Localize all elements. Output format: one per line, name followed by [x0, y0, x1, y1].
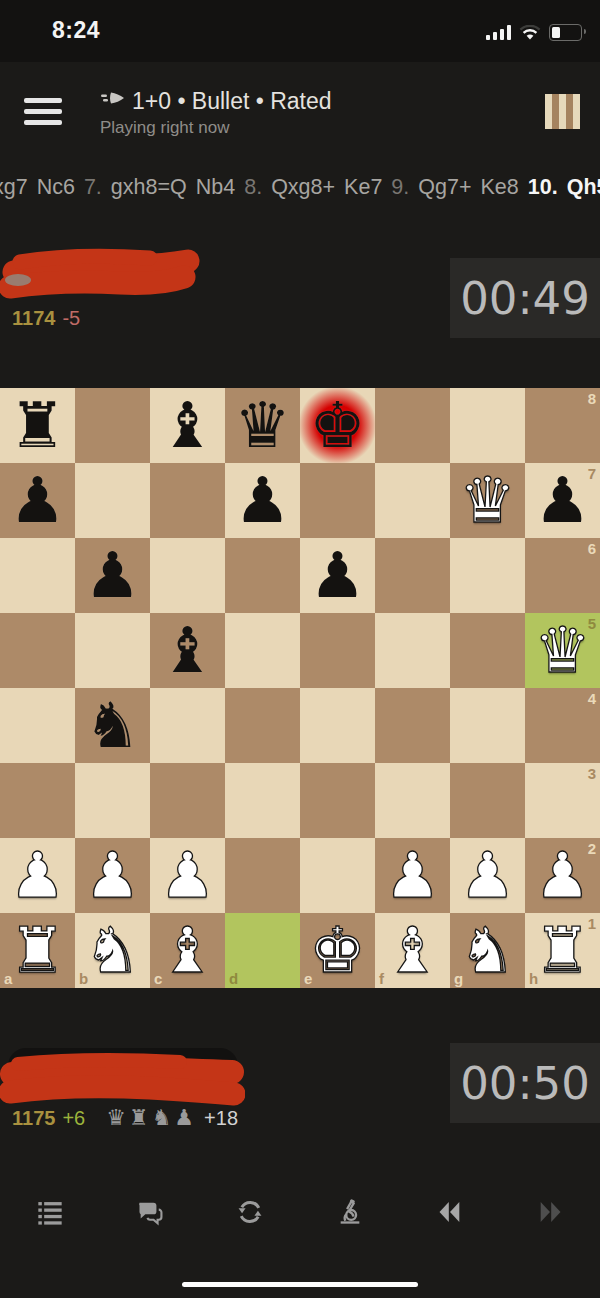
square-g6[interactable]: [450, 538, 525, 613]
square-f4[interactable]: [375, 688, 450, 763]
white-pawn-b2[interactable]: ♟: [84, 838, 140, 913]
square-a6[interactable]: [0, 538, 75, 613]
captured-pieces: ♛♜♞♟: [106, 1105, 197, 1130]
black-pawn-h7[interactable]: ♟: [534, 463, 590, 538]
square-h8[interactable]: 8: [525, 388, 600, 463]
black-queen-d8[interactable]: ♛: [234, 388, 290, 463]
chat-button[interactable]: [100, 1180, 200, 1244]
white-knight-b1[interactable]: ♞: [84, 913, 140, 988]
board-thumbnail-icon[interactable]: [545, 94, 580, 129]
square-d8[interactable]: ♛: [225, 388, 300, 463]
square-c1[interactable]: ♝c: [150, 913, 225, 988]
white-pawn-c2[interactable]: ♟: [159, 838, 215, 913]
black-pawn-d7[interactable]: ♟: [234, 463, 290, 538]
white-pawn-h2[interactable]: ♟: [534, 838, 590, 913]
game-title-text: 1+0 • Bullet • Rated: [132, 88, 332, 115]
move-list: xg7Nc67.gxh8=QNb48.Qxg8+Ke79.Qg7+Ke810.Q…: [0, 170, 600, 204]
file-label-a: a: [4, 970, 12, 987]
square-h3[interactable]: 3: [525, 763, 600, 838]
black-pawn-a7[interactable]: ♟: [9, 463, 65, 538]
analysis-microscope-button[interactable]: [300, 1180, 400, 1244]
rating-bottom: 1175: [12, 1107, 55, 1130]
home-indicator[interactable]: [182, 1282, 418, 1287]
file-label-f: f: [379, 970, 384, 987]
square-b4[interactable]: ♞: [75, 688, 150, 763]
square-f7[interactable]: [375, 463, 450, 538]
menu-button[interactable]: [24, 98, 62, 126]
white-queen-h5[interactable]: ♛: [534, 613, 590, 688]
black-pawn-e6[interactable]: ♟: [309, 538, 365, 613]
square-g2[interactable]: ♟: [450, 838, 525, 913]
white-rook-a1[interactable]: ♜: [9, 913, 65, 988]
square-c6[interactable]: [150, 538, 225, 613]
square-e5[interactable]: [300, 613, 375, 688]
rating-top: 1174: [12, 307, 55, 330]
chess-board: ♜♝♛♚8♟♟♛♟7♟♟6♝♛5♞43♟♟♟♟♟♟2♜a♞b♝cd♚e♝f♞g♜…: [0, 388, 600, 988]
square-h2[interactable]: ♟2: [525, 838, 600, 913]
white-bishop-c1[interactable]: ♝: [159, 913, 215, 988]
square-c5[interactable]: ♝: [150, 613, 225, 688]
wifi-icon: [519, 25, 541, 41]
black-bishop-c5[interactable]: ♝: [159, 613, 215, 688]
square-h1[interactable]: ♜1h: [525, 913, 600, 988]
square-g4[interactable]: [450, 688, 525, 763]
rank-label-3: 3: [588, 765, 596, 782]
square-e1[interactable]: ♚e: [300, 913, 375, 988]
file-label-d: d: [229, 970, 238, 987]
file-label-b: b: [79, 970, 88, 987]
square-b2[interactable]: ♟: [75, 838, 150, 913]
file-label-c: c: [154, 970, 162, 987]
move-token[interactable]: 9.: [391, 175, 409, 199]
black-rook-a8[interactable]: ♜: [9, 388, 65, 463]
square-e8[interactable]: ♚: [300, 388, 375, 463]
move-token[interactable]: Qxg8+: [271, 175, 335, 199]
square-h5[interactable]: ♛5: [525, 613, 600, 688]
move-token[interactable]: Nb4: [196, 175, 235, 199]
square-a4[interactable]: [0, 688, 75, 763]
square-c7[interactable]: [150, 463, 225, 538]
battery-icon: [549, 24, 582, 41]
square-f5[interactable]: [375, 613, 450, 688]
move-token[interactable]: gxh8=Q: [111, 175, 187, 199]
white-king-e1[interactable]: ♚: [309, 913, 365, 988]
square-e3[interactable]: [300, 763, 375, 838]
square-d4[interactable]: [225, 688, 300, 763]
white-pawn-f2[interactable]: ♟: [384, 838, 440, 913]
square-h6[interactable]: 6: [525, 538, 600, 613]
square-a2[interactable]: ♟: [0, 838, 75, 913]
move-list-button[interactable]: [0, 1180, 100, 1244]
redacted-player-name-top: [0, 244, 200, 310]
game-status-text: Playing right now: [100, 118, 229, 138]
rating-delta-bottom: +6: [62, 1107, 85, 1130]
black-knight-b4[interactable]: ♞: [84, 688, 140, 763]
black-bishop-c8[interactable]: ♝: [159, 388, 215, 463]
square-f1[interactable]: ♝f: [375, 913, 450, 988]
rank-label-4: 4: [588, 690, 596, 707]
clock-top: 00:49: [450, 258, 600, 338]
bottom-toolbar: [0, 1180, 600, 1244]
square-d7[interactable]: ♟: [225, 463, 300, 538]
square-b3[interactable]: [75, 763, 150, 838]
rewind-button[interactable]: [400, 1180, 500, 1244]
square-h4[interactable]: 4: [525, 688, 600, 763]
status-time: 8:24: [52, 17, 100, 44]
forward-button[interactable]: [500, 1180, 600, 1244]
file-label-g: g: [454, 970, 463, 987]
white-pawn-g2[interactable]: ♟: [459, 838, 515, 913]
flip-board-button[interactable]: [200, 1180, 300, 1244]
rank-label-6: 6: [588, 540, 596, 557]
square-g5[interactable]: [450, 613, 525, 688]
cellular-signal-icon: [486, 25, 512, 40]
clock-bottom: 00:50: [450, 1043, 600, 1123]
move-token[interactable]: Qg7+: [418, 175, 471, 199]
square-f2[interactable]: ♟: [375, 838, 450, 913]
square-a8[interactable]: ♜: [0, 388, 75, 463]
square-c4[interactable]: [150, 688, 225, 763]
square-c2[interactable]: ♟: [150, 838, 225, 913]
square-b8[interactable]: [75, 388, 150, 463]
rank-label-8: 8: [588, 390, 596, 407]
square-d1[interactable]: d: [225, 913, 300, 988]
rank-label-5: 5: [588, 615, 596, 632]
move-token[interactable]: xg7: [0, 175, 28, 199]
square-b7[interactable]: [75, 463, 150, 538]
white-pawn-a2[interactable]: ♟: [9, 838, 65, 913]
status-bar: 8:24: [0, 0, 600, 62]
game-title: 1+0 • Bullet • Rated: [100, 86, 332, 116]
square-d5[interactable]: [225, 613, 300, 688]
square-e6[interactable]: ♟: [300, 538, 375, 613]
file-label-e: e: [304, 970, 312, 987]
square-c3[interactable]: [150, 763, 225, 838]
black-pawn-b6[interactable]: ♟: [84, 538, 140, 613]
app-screen: 8:24: [0, 0, 600, 1298]
square-g7[interactable]: ♛: [450, 463, 525, 538]
square-b6[interactable]: ♟: [75, 538, 150, 613]
square-d3[interactable]: [225, 763, 300, 838]
rank-label-7: 7: [588, 465, 596, 482]
move-token[interactable]: Nc6: [37, 175, 75, 199]
square-d6[interactable]: [225, 538, 300, 613]
square-a5[interactable]: [0, 613, 75, 688]
square-e7[interactable]: [300, 463, 375, 538]
bullet-icon: [100, 86, 126, 116]
white-queen-g7[interactable]: ♛: [459, 463, 515, 538]
file-label-h: h: [529, 970, 538, 987]
game-header: 1+0 • Bullet • Rated Playing right now: [0, 78, 600, 150]
white-bishop-f1[interactable]: ♝: [384, 913, 440, 988]
move-token[interactable]: 10.: [528, 175, 558, 199]
square-a7[interactable]: ♟: [0, 463, 75, 538]
square-f3[interactable]: [375, 763, 450, 838]
square-d2[interactable]: [225, 838, 300, 913]
square-b1[interactable]: ♞b: [75, 913, 150, 988]
square-f8[interactable]: [375, 388, 450, 463]
move-token[interactable]: Qh5#: [567, 175, 600, 199]
rank-label-1: 1: [588, 915, 596, 932]
square-g3[interactable]: [450, 763, 525, 838]
move-token[interactable]: Ke8: [481, 175, 519, 199]
square-h7[interactable]: ♟7: [525, 463, 600, 538]
square-f6[interactable]: [375, 538, 450, 613]
square-c8[interactable]: ♝: [150, 388, 225, 463]
square-e2[interactable]: [300, 838, 375, 913]
square-a1[interactable]: ♜a: [0, 913, 75, 988]
square-a3[interactable]: [0, 763, 75, 838]
move-token[interactable]: 7.: [84, 175, 102, 199]
black-king-e8[interactable]: ♚: [309, 388, 365, 463]
white-rook-h1[interactable]: ♜: [534, 913, 590, 988]
square-b5[interactable]: [75, 613, 150, 688]
white-knight-g1[interactable]: ♞: [459, 913, 515, 988]
move-token[interactable]: 8.: [244, 175, 262, 199]
move-token[interactable]: Ke7: [344, 175, 382, 199]
rating-delta-top: -5: [62, 307, 80, 330]
square-g8[interactable]: [450, 388, 525, 463]
square-g1[interactable]: ♞g: [450, 913, 525, 988]
square-e4[interactable]: [300, 688, 375, 763]
material-advantage: +18: [204, 1107, 238, 1130]
rank-label-2: 2: [588, 840, 596, 857]
